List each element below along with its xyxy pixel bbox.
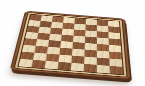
square-r7c4 [71,63,84,72]
square-r4c6 [97,44,109,52]
square-r7c2 [45,61,59,70]
square-r3c5 [85,37,97,44]
square-r5c1 [34,46,48,54]
square-r6c2 [46,54,60,62]
square-r2c3 [62,29,74,36]
square-r4c3 [60,41,73,49]
square-r7c1 [32,60,46,69]
product-photo [0,0,145,86]
square-r7c6 [97,65,110,74]
square-r7c7 [110,66,123,75]
square-r7c3 [58,62,72,71]
square-r7c5 [84,64,97,73]
square-r4c2 [48,40,61,48]
square-r0c2 [52,16,64,23]
board-grid [17,14,124,75]
square-r2c4 [74,29,86,36]
square-r6c7 [109,59,122,67]
square-r0c4 [74,18,85,25]
square-r2c7 [108,32,120,39]
square-r1c1 [40,21,52,28]
chess-board [10,11,131,80]
board-frame [14,12,128,77]
square-r0c7 [108,21,119,28]
square-r4c0 [24,38,38,46]
